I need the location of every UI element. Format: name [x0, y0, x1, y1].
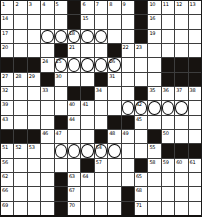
- grid-cell-r13c6[interactable]: 63: [68, 173, 80, 186]
- grid-cell-r5c5[interactable]: 25: [55, 58, 67, 71]
- grid-cell-r9c15[interactable]: [189, 116, 201, 129]
- grid-cell-r9c3[interactable]: [28, 116, 40, 129]
- clue-number: 19: [149, 30, 155, 36]
- grid-cell-r12c12[interactable]: 58: [148, 159, 160, 172]
- grid-cell-r3c3[interactable]: [28, 30, 40, 43]
- clue-number: 71: [136, 202, 142, 208]
- grid-cell-r10c11[interactable]: [135, 130, 147, 143]
- grid-cell-r14c14[interactable]: [175, 187, 187, 200]
- black-cell-r11c15: [189, 144, 201, 157]
- grid-cell-r7c2[interactable]: [14, 87, 26, 100]
- black-cell-r15c10: [122, 202, 134, 215]
- grid-cell-r8c11[interactable]: 42: [135, 101, 147, 114]
- grid-cell-r10c6[interactable]: [68, 130, 80, 143]
- grid-cell-r12c13[interactable]: 59: [162, 159, 174, 172]
- grid-cell-r1c1[interactable]: 1: [1, 1, 13, 14]
- clue-number: 45: [136, 116, 142, 122]
- clue-number: 47: [56, 130, 62, 136]
- grid-cell-r15c1[interactable]: 69: [1, 202, 13, 215]
- grid-cell-r14c3[interactable]: [28, 187, 40, 200]
- grid-cell-r3c15[interactable]: [189, 30, 201, 43]
- grid-cell-r7c4[interactable]: 33: [41, 87, 53, 100]
- grid-cell-r12c5[interactable]: [55, 159, 67, 172]
- grid-cell-r14c8[interactable]: [95, 187, 107, 200]
- grid-cell-r1c7[interactable]: 6: [81, 1, 93, 14]
- clue-number: 16: [149, 15, 155, 21]
- grid-cell-r8c8[interactable]: [95, 101, 107, 114]
- clue-number: 4: [42, 1, 45, 7]
- grid-cell-r12c15[interactable]: 61: [189, 159, 201, 172]
- clue-number: 1: [2, 1, 5, 7]
- grid-cell-r14c2[interactable]: [14, 187, 26, 200]
- clue-number: 67: [69, 187, 75, 193]
- clue-number: 63: [69, 173, 75, 179]
- grid-cell-r9c12[interactable]: [148, 116, 160, 129]
- grid-cell-r15c7[interactable]: [81, 202, 93, 215]
- clue-number: 24: [42, 58, 48, 64]
- black-cell-r7c6: [68, 87, 80, 100]
- circle-marker: [81, 144, 93, 157]
- grid-cell-r11c6[interactable]: [68, 144, 80, 157]
- grid-cell-r6c9[interactable]: 31: [108, 73, 120, 86]
- grid-cell-r11c11[interactable]: [135, 144, 147, 157]
- black-cell-r10c12: [148, 130, 160, 143]
- grid-cell-r15c13[interactable]: [162, 202, 174, 215]
- grid-cell-r4c15[interactable]: [189, 44, 201, 57]
- grid-cell-r4c13[interactable]: [162, 44, 174, 57]
- grid-cell-r11c10[interactable]: [122, 144, 134, 157]
- black-cell-r5c13: [162, 58, 174, 71]
- black-cell-r3c11: [135, 30, 147, 43]
- grid-cell-r2c13[interactable]: [162, 15, 174, 28]
- black-cell-r5c1: [1, 58, 13, 71]
- clue-number: 51: [2, 144, 8, 150]
- black-cell-r13c5: [55, 173, 67, 186]
- grid-cell-r7c10[interactable]: [122, 87, 134, 100]
- grid-cell-r7c5[interactable]: [55, 87, 67, 100]
- grid-cell-r10c4[interactable]: 46: [41, 130, 53, 143]
- clue-number: 22: [123, 44, 129, 50]
- clue-number: 70: [69, 202, 75, 208]
- clue-number: 56: [2, 159, 8, 165]
- circle-marker: [81, 30, 93, 43]
- grid-cell-r3c4[interactable]: [41, 30, 53, 43]
- circle-marker: [95, 30, 107, 43]
- grid-cell-r14c12[interactable]: [148, 187, 160, 200]
- grid-cell-r2c4[interactable]: [41, 15, 53, 28]
- grid-cell-r7c9[interactable]: [108, 87, 120, 100]
- black-cell-r1c6: [68, 1, 80, 14]
- clue-number: 15: [82, 15, 88, 21]
- grid-cell-r7c3[interactable]: [28, 87, 40, 100]
- grid-cell-r5c10[interactable]: [122, 58, 134, 71]
- grid-cell-r11c2[interactable]: 52: [14, 144, 26, 157]
- clue-number: 57: [96, 159, 102, 165]
- grid-cell-r3c5[interactable]: [55, 30, 67, 43]
- grid-cell-r6c12[interactable]: [148, 73, 160, 86]
- grid-cell-r3c13[interactable]: [162, 30, 174, 43]
- grid-cell-r2c2[interactable]: [14, 15, 26, 28]
- circle-marker: [122, 101, 134, 114]
- grid-cell-r9c11[interactable]: 45: [135, 116, 147, 129]
- clue-number: 37: [176, 87, 182, 93]
- grid-cell-r13c2[interactable]: [14, 173, 26, 186]
- grid-cell-r4c1[interactable]: 20: [1, 44, 13, 57]
- circle-marker: [95, 58, 107, 71]
- grid-cell-r5c8[interactable]: [95, 58, 107, 71]
- circle-marker: [55, 30, 67, 43]
- grid-cell-r2c3[interactable]: [28, 15, 40, 28]
- grid-cell-r6c11[interactable]: [135, 73, 147, 86]
- grid-cell-r9c7[interactable]: [81, 116, 93, 129]
- grid-cell-r2c9[interactable]: [108, 15, 120, 28]
- clue-number: 9: [123, 1, 126, 7]
- grid-cell-r2c1[interactable]: 14: [1, 15, 13, 28]
- clue-number: 59: [163, 159, 169, 165]
- grid-cell-r8c10[interactable]: [122, 101, 134, 114]
- grid-cell-r15c9[interactable]: [108, 202, 120, 215]
- clue-number: 55: [149, 144, 155, 150]
- clue-number: 61: [190, 159, 196, 165]
- grid-cell-r5c12[interactable]: [148, 58, 160, 71]
- grid-cell-r5c11[interactable]: [135, 58, 147, 71]
- grid-cell-r15c15[interactable]: [189, 202, 201, 215]
- clue-number: 18: [69, 30, 75, 36]
- grid-cell-r8c2[interactable]: [14, 101, 26, 114]
- grid-cell-r14c15[interactable]: [189, 187, 201, 200]
- grid-cell-r11c12[interactable]: 55: [148, 144, 160, 157]
- clue-number: 52: [15, 144, 21, 150]
- grid-cell-r11c7[interactable]: [81, 144, 93, 157]
- grid-cell-r8c6[interactable]: 40: [68, 101, 80, 114]
- clue-number: 54: [96, 144, 102, 150]
- clue-number: 58: [149, 159, 155, 165]
- clue-number: 43: [2, 116, 8, 122]
- grid-cell-r12c6[interactable]: [68, 159, 80, 172]
- grid-cell-r14c6[interactable]: 67: [68, 187, 80, 200]
- circle-marker: [175, 101, 187, 114]
- grid-cell-r10c15[interactable]: [189, 130, 201, 143]
- clue-number: 5: [56, 1, 59, 7]
- grid-cell-r2c10[interactable]: [122, 15, 134, 28]
- black-cell-r12c7: [81, 159, 93, 172]
- grid-cell-r3c9[interactable]: [108, 30, 120, 43]
- grid-cell-r13c3[interactable]: [28, 173, 40, 186]
- clue-number: 25: [56, 58, 62, 64]
- grid-cell-r6c10[interactable]: [122, 73, 134, 86]
- grid-cell-r8c12[interactable]: [148, 101, 160, 114]
- clue-number: 49: [123, 130, 129, 136]
- grid-cell-r6c5[interactable]: 30: [55, 73, 67, 86]
- grid-cell-r1c14[interactable]: 12: [175, 1, 187, 14]
- black-cell-r11c13: [162, 144, 174, 157]
- grid-cell-r14c4[interactable]: [41, 187, 53, 200]
- grid-cell-r9c1[interactable]: 43: [1, 116, 13, 129]
- grid-cell-r12c1[interactable]: 56: [1, 159, 13, 172]
- grid-cell-r14c13[interactable]: [162, 187, 174, 200]
- black-cell-r14c5: [55, 187, 67, 200]
- black-cell-r6c13: [162, 73, 174, 86]
- grid-cell-r4c12[interactable]: [148, 44, 160, 57]
- black-cell-r9c10: [122, 116, 134, 129]
- circle-marker: [55, 144, 67, 157]
- black-cell-r2c6: [68, 15, 80, 28]
- grid-cell-r13c10[interactable]: [122, 173, 134, 186]
- black-cell-r10c3: [28, 130, 40, 143]
- grid-cell-r2c8[interactable]: [95, 15, 107, 28]
- grid-cell-r6c1[interactable]: 27: [1, 73, 13, 86]
- black-cell-r5c14: [175, 58, 187, 71]
- clue-number: 14: [2, 15, 8, 21]
- clue-number: 7: [96, 1, 99, 7]
- grid-cell-r15c3[interactable]: [28, 202, 40, 215]
- grid-cell-r4c4[interactable]: [41, 44, 53, 57]
- grid-cell-r1c9[interactable]: 8: [108, 1, 120, 14]
- grid-cell-r5c7[interactable]: [81, 58, 93, 71]
- clue-number: 41: [82, 101, 88, 107]
- clue-number: 31: [109, 73, 115, 79]
- crossword-puzzle: 1234567891011121314151617181920212223242…: [0, 0, 202, 217]
- circle-marker: [162, 101, 174, 114]
- grid-cell-r7c12[interactable]: 35: [148, 87, 160, 100]
- grid-cell-r6c3[interactable]: 29: [28, 73, 40, 86]
- grid-cell-r1c3[interactable]: 3: [28, 1, 40, 14]
- grid-cell-r8c4[interactable]: [41, 101, 53, 114]
- black-cell-r12c11: [135, 159, 147, 172]
- grid-cell-r10c7[interactable]: [81, 130, 93, 143]
- black-cell-r5c3: [28, 58, 40, 71]
- black-cell-r14c10: [122, 187, 134, 200]
- grid-cell-r7c15[interactable]: 38: [189, 87, 201, 100]
- grid-cell-r4c3[interactable]: [28, 44, 40, 57]
- grid-cell-r11c4[interactable]: [41, 144, 53, 157]
- clue-number: 3: [29, 1, 32, 7]
- grid-cell-r4c11[interactable]: 23: [135, 44, 147, 57]
- clue-number: 62: [2, 173, 8, 179]
- clue-number: 38: [190, 87, 196, 93]
- grid-cell-r4c2[interactable]: [14, 44, 26, 57]
- grid-cell-r11c8[interactable]: 54: [95, 144, 107, 157]
- grid-cell-r15c12[interactable]: [148, 202, 160, 215]
- clue-number: 50: [163, 130, 169, 136]
- grid-cell-r3c14[interactable]: [175, 30, 187, 43]
- grid-cell-r10c5[interactable]: 47: [55, 130, 67, 143]
- grid-cell-r8c7[interactable]: 41: [81, 101, 93, 114]
- grid-cell-r7c14[interactable]: 37: [175, 87, 187, 100]
- clue-number: 23: [136, 44, 142, 50]
- black-cell-r9c5: [55, 116, 67, 129]
- grid-cell-r13c8[interactable]: [95, 173, 107, 186]
- grid-cell-r15c4[interactable]: [41, 202, 53, 215]
- grid-cell-r15c8[interactable]: [95, 202, 107, 215]
- black-cell-r5c2: [14, 58, 26, 71]
- grid-cell-r13c15[interactable]: [189, 173, 201, 186]
- grid-cell-r12c2[interactable]: [14, 159, 26, 172]
- grid-cell-r14c9[interactable]: [108, 187, 120, 200]
- grid-cell-r5c4[interactable]: 24: [41, 58, 53, 71]
- clue-number: 32: [2, 87, 8, 93]
- grid-cell-r4c10[interactable]: 22: [122, 44, 134, 57]
- grid-cell-r9c14[interactable]: [175, 116, 187, 129]
- clue-number: 21: [69, 44, 75, 50]
- grid-cell-r8c13[interactable]: [162, 101, 174, 114]
- grid-cell-r11c5[interactable]: [55, 144, 67, 157]
- grid-cell-r8c1[interactable]: 39: [1, 101, 13, 114]
- grid-cell-r1c4[interactable]: 4: [41, 1, 53, 14]
- clue-number: 12: [176, 1, 182, 7]
- grid-cell-r2c5[interactable]: [55, 15, 67, 28]
- grid-cell-r4c6[interactable]: 21: [68, 44, 80, 57]
- clue-number: 39: [2, 101, 8, 107]
- grid-cell-r15c2[interactable]: [14, 202, 26, 215]
- grid-cell-r2c7[interactable]: 15: [81, 15, 93, 28]
- grid-cell-r12c4[interactable]: [41, 159, 53, 172]
- grid-cell-r8c14[interactable]: [175, 101, 187, 114]
- grid-cell-r10c13[interactable]: 50: [162, 130, 174, 143]
- grid-cell-r13c14[interactable]: [175, 173, 187, 186]
- grid-cell-r13c11[interactable]: 65: [135, 173, 147, 186]
- grid-cell-r9c4[interactable]: [41, 116, 53, 129]
- grid-cell-r3c1[interactable]: 17: [1, 30, 13, 43]
- grid-cell-r7c8[interactable]: 34: [95, 87, 107, 100]
- grid-cell-r1c15[interactable]: 13: [189, 1, 201, 14]
- black-cell-r1c11: [135, 1, 147, 14]
- grid-cell-r3c7[interactable]: [81, 30, 93, 43]
- grid-cell-r3c10[interactable]: [122, 30, 134, 43]
- grid-cell-r10c10[interactable]: 49: [122, 130, 134, 143]
- clue-number: 36: [163, 87, 169, 93]
- black-cell-r4c5: [55, 44, 67, 57]
- clue-number: 68: [136, 187, 142, 193]
- black-cell-r5c15: [189, 58, 201, 71]
- circle-marker: [81, 58, 93, 71]
- clue-number: 46: [42, 130, 48, 136]
- grid-cell-r5c9[interactable]: 26: [108, 58, 120, 71]
- grid-cell-r3c6[interactable]: 18: [68, 30, 80, 43]
- grid-cell-r4c8[interactable]: [95, 44, 107, 57]
- grid-cell-r2c15[interactable]: [189, 15, 201, 28]
- circle-marker: [148, 101, 160, 114]
- grid-cell-r8c3[interactable]: [28, 101, 40, 114]
- grid-cell-r8c5[interactable]: [55, 101, 67, 114]
- grid-cell-r13c9[interactable]: [108, 173, 120, 186]
- crossword-board: 1234567891011121314151617181920212223242…: [0, 0, 202, 217]
- grid-cell-r7c1[interactable]: 32: [1, 87, 13, 100]
- clue-number: 30: [56, 73, 62, 79]
- grid-cell-r12c3[interactable]: [28, 159, 40, 172]
- grid-cell-r3c2[interactable]: [14, 30, 26, 43]
- circle-marker: [108, 144, 120, 157]
- black-cell-r10c2: [14, 130, 26, 143]
- grid-cell-r1c13[interactable]: 11: [162, 1, 174, 14]
- grid-cell-r11c3[interactable]: 53: [28, 144, 40, 157]
- clue-number: 26: [109, 58, 115, 64]
- grid-cell-r15c14[interactable]: [175, 202, 187, 215]
- grid-cell-r5c6[interactable]: [68, 58, 80, 71]
- clue-number: 10: [149, 1, 155, 7]
- clue-number: 48: [109, 130, 115, 136]
- grid-cell-r12c8[interactable]: 57: [95, 159, 107, 172]
- grid-cell-r6c6[interactable]: [68, 73, 80, 86]
- circle-marker: [68, 58, 80, 71]
- grid-cell-r9c6[interactable]: 44: [68, 116, 80, 129]
- grid-cell-r1c2[interactable]: 2: [14, 1, 26, 14]
- grid-cell-r7c13[interactable]: 36: [162, 87, 174, 100]
- black-cell-r6c15: [189, 73, 201, 86]
- black-cell-r6c4: [41, 73, 53, 86]
- circle-marker: [68, 144, 80, 157]
- grid-cell-r12c14[interactable]: 60: [175, 159, 187, 172]
- grid-cell-r13c1[interactable]: 62: [1, 173, 13, 186]
- grid-cell-r3c12[interactable]: 19: [148, 30, 160, 43]
- grid-cell-r1c8[interactable]: 7: [95, 1, 107, 14]
- clue-number: 17: [2, 30, 8, 36]
- grid-cell-r10c14[interactable]: [175, 130, 187, 143]
- clue-number: 13: [190, 1, 196, 7]
- black-cell-r4c9: [108, 44, 120, 57]
- clue-number: 27: [2, 73, 8, 79]
- grid-cell-r11c1[interactable]: 51: [1, 144, 13, 157]
- grid-cell-r10c9[interactable]: 48: [108, 130, 120, 143]
- black-cell-r10c8: [95, 130, 107, 143]
- grid-cell-r14c1[interactable]: 66: [1, 187, 13, 200]
- clue-number: 42: [136, 101, 142, 107]
- clue-number: 65: [136, 173, 142, 179]
- clue-number: 2: [15, 1, 18, 7]
- grid-cell-r1c5[interactable]: 5: [55, 1, 67, 14]
- circle-marker: [41, 30, 53, 43]
- clue-number: 29: [29, 73, 35, 79]
- black-cell-r6c14: [175, 73, 187, 86]
- black-cell-r15c5: [55, 202, 67, 215]
- grid-cell-r13c7[interactable]: 64: [81, 173, 93, 186]
- grid-cell-r8c15[interactable]: [189, 101, 201, 114]
- clue-number: 44: [69, 116, 75, 122]
- grid-cell-r6c7[interactable]: [81, 73, 93, 86]
- grid-cell-r8c9[interactable]: [108, 101, 120, 114]
- grid-cell-r3c8[interactable]: [95, 30, 107, 43]
- grid-cell-r13c13[interactable]: [162, 173, 174, 186]
- grid-cell-r9c8[interactable]: [95, 116, 107, 129]
- grid-cell-r15c6[interactable]: 70: [68, 202, 80, 215]
- grid-cell-r11c9[interactable]: [108, 144, 120, 157]
- clue-number: 6: [82, 1, 85, 7]
- grid-cell-r4c14[interactable]: [175, 44, 187, 57]
- grid-cell-r15c11[interactable]: 71: [135, 202, 147, 215]
- grid-cell-r13c12[interactable]: [148, 173, 160, 186]
- grid-cell-r4c7[interactable]: [81, 44, 93, 57]
- grid-cell-r1c12[interactable]: 10: [148, 1, 160, 14]
- clue-number: 11: [163, 1, 169, 7]
- black-cell-r11c14: [175, 144, 187, 157]
- clue-number: 34: [96, 87, 102, 93]
- grid-cell-r14c7[interactable]: [81, 187, 93, 200]
- grid-cell-r12c9[interactable]: [108, 159, 120, 172]
- grid-cell-r14c11[interactable]: 68: [135, 187, 147, 200]
- grid-cell-r9c13[interactable]: [162, 116, 174, 129]
- grid-cell-r1c10[interactable]: 9: [122, 1, 134, 14]
- grid-cell-r12c10[interactable]: [122, 159, 134, 172]
- grid-cell-r6c2[interactable]: 28: [14, 73, 26, 86]
- grid-cell-r13c4[interactable]: [41, 173, 53, 186]
- grid-cell-r2c14[interactable]: [175, 15, 187, 28]
- clue-number: 60: [176, 159, 182, 165]
- grid-cell-r2c12[interactable]: 16: [148, 15, 160, 28]
- black-cell-r6c8: [95, 73, 107, 86]
- grid-cell-r9c2[interactable]: [14, 116, 26, 129]
- clue-number: 33: [42, 87, 48, 93]
- clue-number: 28: [15, 73, 21, 79]
